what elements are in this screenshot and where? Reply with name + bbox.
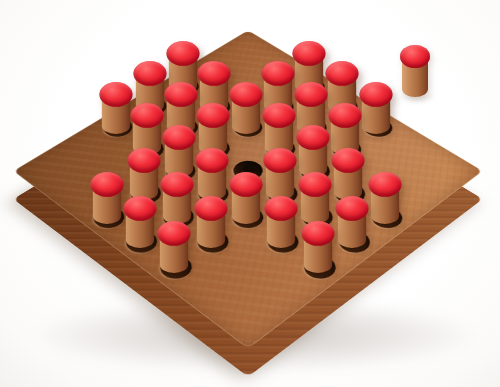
peg-red-cap — [195, 148, 228, 173]
peg-r0c4[interactable] — [359, 82, 392, 134]
peg-red-cap — [262, 103, 295, 128]
peg-red-cap — [196, 103, 229, 128]
peg-r2c5[interactable] — [332, 148, 365, 200]
peg-r5c3[interactable] — [160, 172, 193, 224]
peg-r6c3[interactable] — [124, 196, 157, 248]
peg-r5c2[interactable] — [127, 148, 160, 200]
peg-r2c4[interactable] — [297, 125, 330, 177]
peg-r6c2[interactable] — [91, 172, 124, 224]
scene — [0, 0, 500, 387]
peg-r3c4[interactable] — [264, 148, 297, 200]
peg-red-cap — [124, 196, 157, 221]
peg-red-cap — [91, 172, 124, 197]
peg-red-cap — [134, 61, 167, 86]
peg-red-cap — [194, 196, 227, 221]
peg-red-cap — [328, 103, 361, 128]
peg-red-cap — [294, 82, 327, 107]
peg-red-cap — [332, 148, 365, 173]
peg-red-cap — [100, 82, 133, 107]
peg-red-cap — [229, 82, 262, 107]
peg-red-cap — [297, 125, 330, 150]
peg-red-cap — [160, 172, 193, 197]
peg-r5c4[interactable] — [194, 196, 227, 248]
peg-r4c6[interactable] — [301, 221, 334, 273]
peg-red-cap — [325, 61, 358, 86]
peg-r4c5[interactable] — [265, 196, 298, 248]
peg-red-cap — [292, 41, 325, 66]
peg-red-cap — [127, 148, 160, 173]
peg-r6c4[interactable] — [158, 221, 191, 273]
peg-red-cap — [335, 196, 368, 221]
spare-peg[interactable] — [400, 45, 430, 97]
peg-r2c2[interactable] — [229, 82, 262, 134]
peg-red-cap — [162, 125, 195, 150]
peg-r4c2[interactable] — [162, 125, 195, 177]
peg-r4c0[interactable] — [100, 82, 133, 134]
peg-red-cap — [198, 61, 231, 86]
peg-red-cap — [301, 221, 334, 246]
peg-r3c6[interactable] — [335, 196, 368, 248]
peg-r4c3[interactable] — [195, 148, 228, 200]
spare-peg-cap — [400, 45, 430, 68]
peg-red-cap — [165, 82, 198, 107]
peg-red-cap — [264, 148, 297, 173]
peg-red-cap — [359, 82, 392, 107]
peg-red-cap — [167, 41, 200, 66]
peg-red-cap — [368, 172, 401, 197]
peg-red-cap — [130, 103, 163, 128]
peg-red-cap — [261, 61, 294, 86]
peg-r3c5[interactable] — [299, 172, 332, 224]
peg-r4c4[interactable] — [229, 172, 262, 224]
peg-red-cap — [229, 172, 262, 197]
peg-red-cap — [299, 172, 332, 197]
peg-r2c6[interactable] — [368, 172, 401, 224]
